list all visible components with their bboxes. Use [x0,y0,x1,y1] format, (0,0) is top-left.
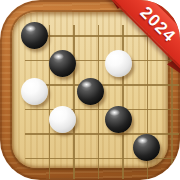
black-stone [49,50,76,77]
white-stone [105,50,132,77]
stone-gloss-highlight [109,109,120,117]
black-stone [21,22,48,49]
white-stone [49,106,76,133]
stone-gloss-highlight [53,109,64,117]
white-stone [21,78,48,105]
black-stone [105,106,132,133]
black-stone [77,78,104,105]
stone-gloss-highlight [137,137,148,145]
stone-gloss-highlight [109,53,120,61]
stone-gloss-highlight [81,81,92,89]
stone-gloss-highlight [25,25,36,33]
black-stone [133,134,160,161]
go-game-app-icon[interactable]: 2024 [0,0,180,180]
stones-layer [0,0,180,180]
stone-gloss-highlight [25,81,36,89]
stone-gloss-highlight [53,53,64,61]
